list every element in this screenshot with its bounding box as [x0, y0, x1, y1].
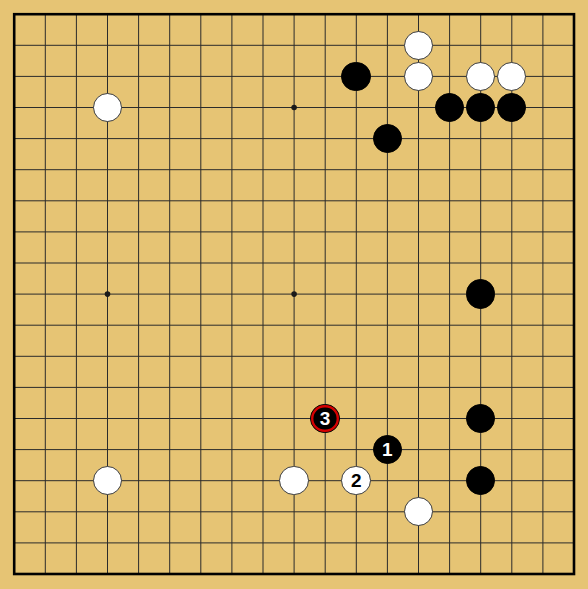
move-number-label: 3	[320, 408, 331, 427]
white-stone[interactable]	[404, 497, 434, 527]
move-number-label: 2	[351, 471, 362, 490]
black-stone[interactable]	[466, 466, 496, 496]
white-stone[interactable]	[466, 62, 496, 92]
white-stone[interactable]	[279, 466, 309, 496]
move-1-black-stone[interactable]: 1	[373, 435, 403, 465]
white-stone[interactable]	[93, 466, 123, 496]
black-stone[interactable]	[341, 62, 371, 92]
black-stone[interactable]	[373, 124, 403, 154]
white-stone[interactable]	[404, 62, 434, 92]
move-2-white-stone[interactable]: 2	[341, 466, 371, 496]
go-board: 123	[0, 0, 588, 589]
white-stone[interactable]	[404, 31, 434, 61]
black-stone[interactable]	[497, 93, 527, 123]
board-grid[interactable]: 123	[0, 0, 588, 589]
black-stone[interactable]	[466, 404, 496, 434]
white-stone[interactable]	[497, 62, 527, 92]
black-stone[interactable]	[466, 279, 496, 309]
black-stone[interactable]	[435, 93, 465, 123]
white-stone[interactable]	[93, 93, 123, 123]
black-stone[interactable]	[466, 93, 496, 123]
move-number-label: 1	[382, 440, 393, 459]
move-3-black-stone[interactable]: 3	[310, 404, 340, 434]
